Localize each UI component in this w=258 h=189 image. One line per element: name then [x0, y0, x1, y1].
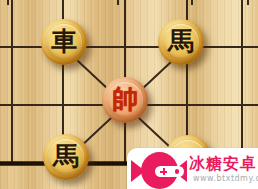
piece-glyph: 馬 — [53, 143, 79, 169]
piece-glyph: 車 — [51, 28, 77, 54]
button-dot-icon — [175, 169, 180, 174]
xiangqi-board-screenshot: 車 馬 帥 馬 冰糖 — [0, 0, 258, 189]
watermark-card: 冰糖安卓网 www.btxtdmy.com — [127, 148, 258, 189]
watermark-site-name: 冰糖安卓网 — [189, 154, 258, 175]
piece-black-chariot[interactable]: 車 — [41, 19, 87, 65]
piece-red-general[interactable]: 帥 — [102, 77, 148, 123]
piece-face: 帥 — [107, 82, 143, 118]
dpad-icon — [160, 168, 167, 175]
piece-face: 馬 — [48, 139, 84, 175]
candy-body — [141, 152, 178, 189]
watermark-site-url: www.btxtdmy.com — [193, 174, 258, 183]
piece-black-horse-top[interactable]: 馬 — [158, 19, 204, 65]
gamepad-visor — [155, 166, 184, 177]
piece-face: 車 — [46, 24, 82, 60]
piece-glyph: 帥 — [112, 86, 138, 112]
candy-gamepad-icon — [131, 151, 187, 189]
piece-black-horse-bottom[interactable]: 馬 — [43, 134, 89, 180]
piece-face: 馬 — [163, 24, 199, 60]
piece-glyph: 馬 — [168, 28, 194, 54]
